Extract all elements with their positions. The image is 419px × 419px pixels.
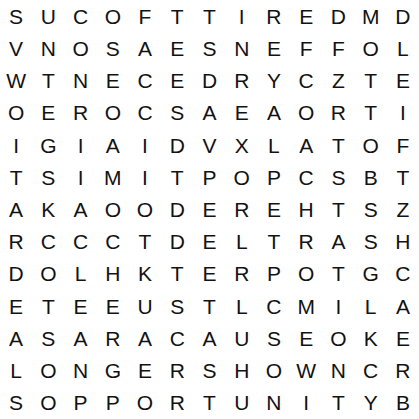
cell-r2c13[interactable]: L (387, 32, 419, 64)
cell-r5c6[interactable]: D (161, 129, 193, 161)
cell-r9c4[interactable]: H (97, 258, 129, 290)
cell-r1c11[interactable]: D (322, 0, 354, 32)
cell-r5c2[interactable]: G (32, 129, 64, 161)
cell-r8c1[interactable]: R (0, 226, 32, 258)
cell-r7c5[interactable]: O (129, 193, 161, 225)
cell-r9c5[interactable]: K (129, 258, 161, 290)
cell-r9c13[interactable]: C (387, 258, 419, 290)
cell-r4c8[interactable]: E (226, 97, 258, 129)
cell-r11c13[interactable]: E (387, 322, 419, 354)
cell-r8c11[interactable]: A (322, 226, 354, 258)
cell-r12c1[interactable]: L (0, 355, 32, 387)
cell-r8c10[interactable]: R (290, 226, 322, 258)
cell-r11c10[interactable]: E (290, 322, 322, 354)
cell-r1c3[interactable]: C (64, 0, 96, 32)
cell-r8c7[interactable]: E (193, 226, 225, 258)
cell-r9c3[interactable]: L (64, 258, 96, 290)
cell-r13c5[interactable]: O (129, 387, 161, 419)
cell-r6c1[interactable]: T (0, 161, 32, 193)
cell-r12c6[interactable]: R (161, 355, 193, 387)
cell-r10c3[interactable]: E (64, 290, 96, 322)
cell-r8c13[interactable]: H (387, 226, 419, 258)
cell-r12c8[interactable]: H (226, 355, 258, 387)
cell-r11c12[interactable]: K (355, 322, 387, 354)
cell-r5c1[interactable]: I (0, 129, 32, 161)
cell-r4c13[interactable]: I (387, 97, 419, 129)
cell-r6c9[interactable]: P (258, 161, 290, 193)
cell-r1c8[interactable]: I (226, 0, 258, 32)
cell-r13c13[interactable]: B (387, 387, 419, 419)
cell-r2c3[interactable]: O (64, 32, 96, 64)
cell-r8c12[interactable]: S (355, 226, 387, 258)
cell-r2c5[interactable]: A (129, 32, 161, 64)
cell-r6c2[interactable]: S (32, 161, 64, 193)
cell-r1c1[interactable]: S (0, 0, 32, 32)
cell-r9c8[interactable]: R (226, 258, 258, 290)
cell-r1c4[interactable]: O (97, 0, 129, 32)
cell-r4c6[interactable]: S (161, 97, 193, 129)
cell-r12c12[interactable]: C (355, 355, 387, 387)
cell-r10c8[interactable]: L (226, 290, 258, 322)
cell-r11c3[interactable]: A (64, 322, 96, 354)
cell-r10c11[interactable]: I (322, 290, 354, 322)
cell-r7c7[interactable]: E (193, 193, 225, 225)
cell-r7c6[interactable]: D (161, 193, 193, 225)
cell-r6c6[interactable]: T (161, 161, 193, 193)
cell-r11c6[interactable]: C (161, 322, 193, 354)
cell-r4c11[interactable]: R (322, 97, 354, 129)
cell-r13c7[interactable]: T (193, 387, 225, 419)
word-search-board: SUCOFTTIREDMDVNOSAESNEFFOLWTNECEDRYCZTEO… (0, 0, 419, 419)
cell-r6c4[interactable]: M (97, 161, 129, 193)
cell-r10c9[interactable]: C (258, 290, 290, 322)
cell-r2c6[interactable]: E (161, 32, 193, 64)
cell-r6c7[interactable]: P (193, 161, 225, 193)
cell-r3c13[interactable]: E (387, 64, 419, 96)
cell-r6c12[interactable]: B (355, 161, 387, 193)
cell-r12c3[interactable]: N (64, 355, 96, 387)
cell-r9c6[interactable]: T (161, 258, 193, 290)
cell-r7c11[interactable]: T (322, 193, 354, 225)
cell-r11c5[interactable]: A (129, 322, 161, 354)
cell-r4c2[interactable]: E (32, 97, 64, 129)
cell-r8c3[interactable]: C (64, 226, 96, 258)
cell-r10c6[interactable]: S (161, 290, 193, 322)
cell-r7c12[interactable]: S (355, 193, 387, 225)
cell-r4c5[interactable]: C (129, 97, 161, 129)
cell-r3c3[interactable]: N (64, 64, 96, 96)
cell-r11c2[interactable]: S (32, 322, 64, 354)
cell-r7c3[interactable]: A (64, 193, 96, 225)
cell-r5c13[interactable]: F (387, 129, 419, 161)
cell-r10c1[interactable]: E (0, 290, 32, 322)
cell-r13c1[interactable]: S (0, 387, 32, 419)
cell-r13c4[interactable]: P (97, 387, 129, 419)
cell-r5c5[interactable]: I (129, 129, 161, 161)
cell-r3c7[interactable]: D (193, 64, 225, 96)
cell-r5c12[interactable]: O (355, 129, 387, 161)
cell-r8c9[interactable]: T (258, 226, 290, 258)
cell-r1c13[interactable]: D (387, 0, 419, 32)
cell-r3c1[interactable]: W (0, 64, 32, 96)
cell-r9c9[interactable]: P (258, 258, 290, 290)
cell-r1c6[interactable]: T (161, 0, 193, 32)
cell-r8c5[interactable]: T (129, 226, 161, 258)
cell-r1c2[interactable]: U (32, 0, 64, 32)
cell-r7c13[interactable]: Z (387, 193, 419, 225)
cell-r3c12[interactable]: T (355, 64, 387, 96)
cell-r11c9[interactable]: S (258, 322, 290, 354)
cell-r13c3[interactable]: P (64, 387, 96, 419)
cell-r2c12[interactable]: O (355, 32, 387, 64)
cell-r3c9[interactable]: Y (258, 64, 290, 96)
cell-r7c2[interactable]: K (32, 193, 64, 225)
cell-r8c6[interactable]: D (161, 226, 193, 258)
cell-r5c4[interactable]: A (97, 129, 129, 161)
cell-r9c2[interactable]: O (32, 258, 64, 290)
cell-r2c8[interactable]: N (226, 32, 258, 64)
cell-r3c2[interactable]: T (32, 64, 64, 96)
cell-r2c9[interactable]: E (258, 32, 290, 64)
cell-r6c13[interactable]: T (387, 161, 419, 193)
cell-r13c9[interactable]: N (258, 387, 290, 419)
cell-r12c4[interactable]: G (97, 355, 129, 387)
cell-r7c10[interactable]: H (290, 193, 322, 225)
cell-r10c10[interactable]: M (290, 290, 322, 322)
cell-r2c1[interactable]: V (0, 32, 32, 64)
cell-r11c4[interactable]: R (97, 322, 129, 354)
cell-r5c7[interactable]: V (193, 129, 225, 161)
cell-r4c7[interactable]: A (193, 97, 225, 129)
cell-r11c8[interactable]: U (226, 322, 258, 354)
cell-r10c13[interactable]: A (387, 290, 419, 322)
cell-r7c8[interactable]: R (226, 193, 258, 225)
cell-r5c10[interactable]: A (290, 129, 322, 161)
cell-r13c10[interactable]: I (290, 387, 322, 419)
cell-r2c11[interactable]: F (322, 32, 354, 64)
cell-r11c7[interactable]: A (193, 322, 225, 354)
cell-r10c12[interactable]: L (355, 290, 387, 322)
cell-r5c3[interactable]: I (64, 129, 96, 161)
cell-r5c8[interactable]: X (226, 129, 258, 161)
cell-r9c1[interactable]: D (0, 258, 32, 290)
cell-r7c1[interactable]: A (0, 193, 32, 225)
cell-r12c11[interactable]: N (322, 355, 354, 387)
cell-r6c11[interactable]: S (322, 161, 354, 193)
cell-r3c4[interactable]: E (97, 64, 129, 96)
cell-r5c9[interactable]: L (258, 129, 290, 161)
cell-r1c7[interactable]: T (193, 0, 225, 32)
cell-r2c2[interactable]: N (32, 32, 64, 64)
cell-r13c8[interactable]: U (226, 387, 258, 419)
cell-r11c1[interactable]: A (0, 322, 32, 354)
cell-r6c5[interactable]: I (129, 161, 161, 193)
cell-r4c12[interactable]: T (355, 97, 387, 129)
cell-r4c3[interactable]: R (64, 97, 96, 129)
cell-r12c13[interactable]: R (387, 355, 419, 387)
cell-r10c5[interactable]: U (129, 290, 161, 322)
cell-r8c2[interactable]: C (32, 226, 64, 258)
cell-r1c12[interactable]: M (355, 0, 387, 32)
cell-r9c11[interactable]: T (322, 258, 354, 290)
cell-r5c11[interactable]: T (322, 129, 354, 161)
cell-r12c9[interactable]: O (258, 355, 290, 387)
cell-r12c7[interactable]: S (193, 355, 225, 387)
cell-r4c9[interactable]: A (258, 97, 290, 129)
cell-r11c11[interactable]: O (322, 322, 354, 354)
cell-r10c2[interactable]: T (32, 290, 64, 322)
cell-r3c5[interactable]: C (129, 64, 161, 96)
cell-r6c10[interactable]: C (290, 161, 322, 193)
cell-r1c10[interactable]: E (290, 0, 322, 32)
cell-r9c10[interactable]: O (290, 258, 322, 290)
cell-r12c2[interactable]: O (32, 355, 64, 387)
cell-r9c7[interactable]: E (193, 258, 225, 290)
cell-r12c10[interactable]: W (290, 355, 322, 387)
cell-r3c10[interactable]: C (290, 64, 322, 96)
cell-r13c12[interactable]: Y (355, 387, 387, 419)
cell-r8c8[interactable]: L (226, 226, 258, 258)
cell-r7c9[interactable]: E (258, 193, 290, 225)
cell-r10c7[interactable]: T (193, 290, 225, 322)
cell-r6c8[interactable]: O (226, 161, 258, 193)
cell-r9c12[interactable]: G (355, 258, 387, 290)
cell-r12c5[interactable]: E (129, 355, 161, 387)
cell-r13c6[interactable]: R (161, 387, 193, 419)
cell-r4c4[interactable]: O (97, 97, 129, 129)
cell-r3c11[interactable]: Z (322, 64, 354, 96)
cell-r8c4[interactable]: C (97, 226, 129, 258)
cell-r1c5[interactable]: F (129, 0, 161, 32)
cell-r3c8[interactable]: R (226, 64, 258, 96)
cell-r2c10[interactable]: F (290, 32, 322, 64)
cell-r1c9[interactable]: R (258, 0, 290, 32)
cell-r4c10[interactable]: O (290, 97, 322, 129)
cell-r10c4[interactable]: E (97, 290, 129, 322)
cell-r2c4[interactable]: S (97, 32, 129, 64)
cell-r3c6[interactable]: E (161, 64, 193, 96)
cell-r4c1[interactable]: O (0, 97, 32, 129)
cell-r7c4[interactable]: O (97, 193, 129, 225)
cell-r13c2[interactable]: O (32, 387, 64, 419)
cell-r2c7[interactable]: S (193, 32, 225, 64)
cell-r6c3[interactable]: I (64, 161, 96, 193)
cell-r13c11[interactable]: T (322, 387, 354, 419)
